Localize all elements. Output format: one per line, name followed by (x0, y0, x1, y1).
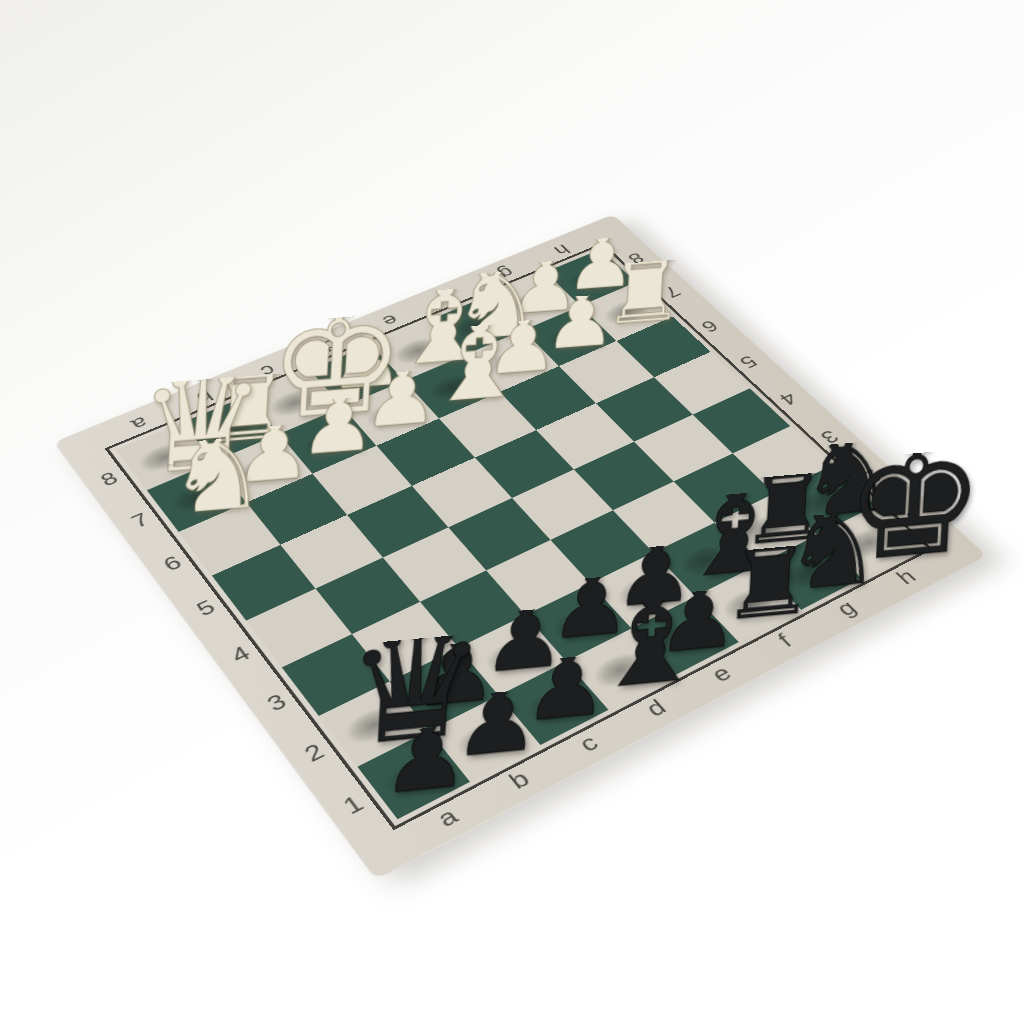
piece-black-pawn-a1[interactable]: ♟ (381, 724, 467, 790)
mat-surface: abcdefgh abcdefgh 87654321 87654321 ♛♜♚♟… (53, 214, 988, 880)
chess-set-product-photo: { "game": "chess", "scene": "Plastic tou… (0, 0, 1024, 1024)
photo-scene: abcdefgh abcdefgh 87654321 87654321 ♛♜♚♟… (0, 0, 1024, 1024)
vinyl-chess-mat: abcdefgh abcdefgh 87654321 87654321 ♛♜♚♟… (53, 214, 988, 880)
piece-white-knight-a7[interactable]: ♞ (166, 437, 244, 509)
chess-board: ♛♜♚♟♝♞♟♟♞♟♟♟♝♟♟♜♛♟♟♟♟♝♜♞♟♟♟♝♟♜♞♚ (116, 249, 921, 819)
